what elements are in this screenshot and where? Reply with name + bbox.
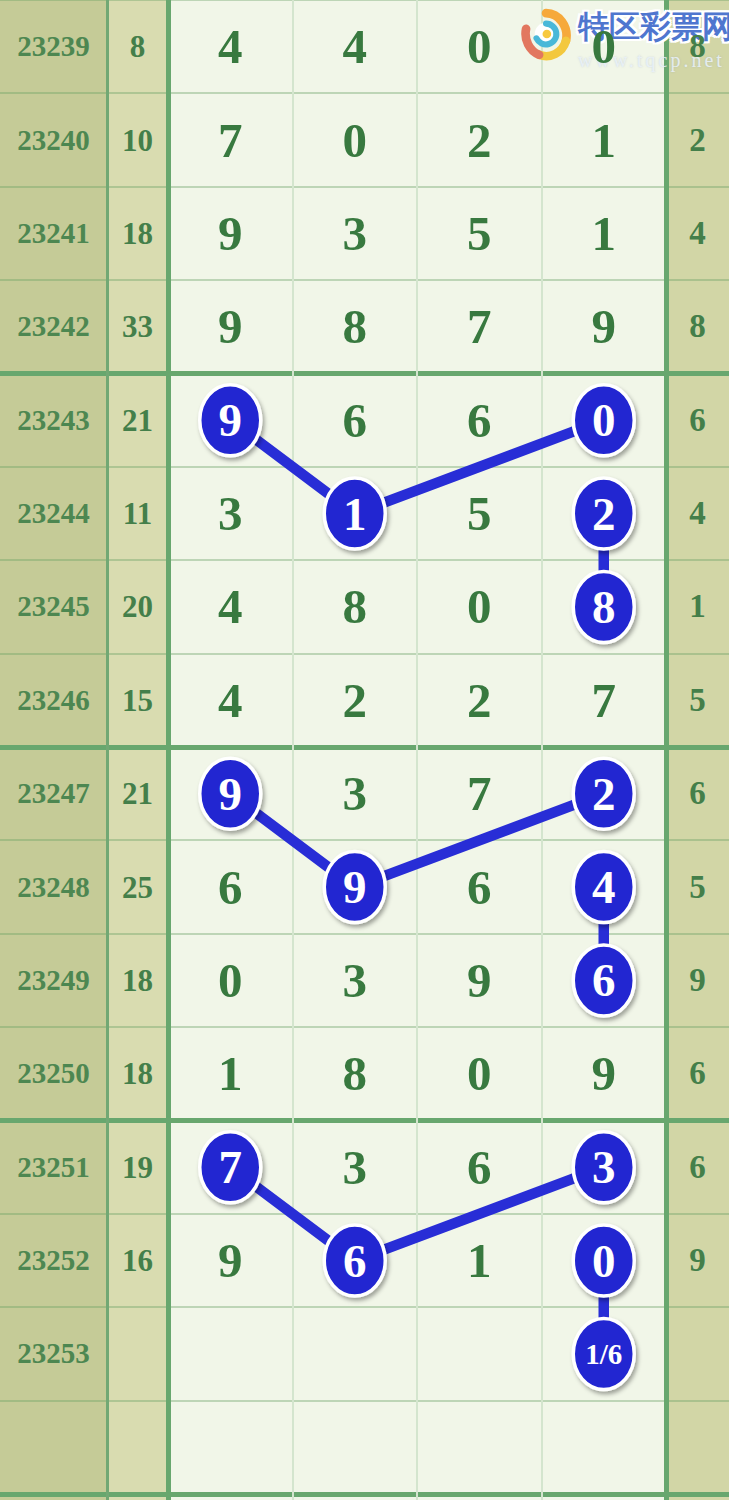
- issue-cell: 23248: [0, 840, 107, 933]
- sum-cell: 18: [107, 934, 168, 1027]
- digit-cell: [293, 1214, 418, 1307]
- digit-cell: 1: [542, 187, 667, 280]
- extra-cell: 9: [666, 934, 729, 1027]
- table-row: 2324721376: [0, 747, 729, 840]
- table-row: 2325216919: [0, 1214, 729, 1307]
- digit-cell: [168, 1307, 293, 1400]
- digit-cell: [168, 1121, 293, 1214]
- digit-cell: [542, 1401, 667, 1494]
- results-table: 2323984400823240107021223241189351423242…: [0, 0, 729, 1500]
- sum-cell: 18: [107, 1027, 168, 1120]
- digit-cell: 7: [168, 93, 293, 186]
- digit-cell: 3: [168, 467, 293, 560]
- digit-cell: 0: [168, 934, 293, 1027]
- extra-cell: 1: [666, 560, 729, 653]
- digit-cell: [168, 374, 293, 467]
- issue-cell: 23242: [0, 280, 107, 373]
- issue-cell: 23246: [0, 654, 107, 747]
- digit-cell: [293, 467, 418, 560]
- digit-cell: 7: [417, 280, 542, 373]
- issue-cell: 23252: [0, 1214, 107, 1307]
- digit-cell: 7: [542, 654, 667, 747]
- digit-cell: [542, 934, 667, 1027]
- digit-cell: 0: [293, 93, 418, 186]
- issue-cell: 23245: [0, 560, 107, 653]
- digit-cell: [168, 1401, 293, 1494]
- sum-cell: 11: [107, 467, 168, 560]
- table-row: 23239844008: [0, 0, 729, 93]
- table-row: 232501818096: [0, 1027, 729, 1120]
- extra-cell: 5: [666, 840, 729, 933]
- table-row: 232401070212: [0, 93, 729, 186]
- sum-cell: 21: [107, 747, 168, 840]
- digit-cell: 9: [168, 1214, 293, 1307]
- digit-cell: [417, 1307, 542, 1400]
- issue-cell: 23240: [0, 93, 107, 186]
- sum-cell: 10: [107, 93, 168, 186]
- table-row: 23249180399: [0, 934, 729, 1027]
- digit-cell: [542, 747, 667, 840]
- digit-cell: [293, 1401, 418, 1494]
- sum-cell: 16: [107, 1214, 168, 1307]
- digit-cell: 5: [417, 187, 542, 280]
- extra-cell: [666, 1401, 729, 1494]
- digit-cell: [542, 840, 667, 933]
- table-row: 2324321666: [0, 374, 729, 467]
- extra-cell: 4: [666, 187, 729, 280]
- digit-cell: 4: [168, 0, 293, 93]
- digit-cell: 6: [417, 1121, 542, 1214]
- sum-cell: 15: [107, 654, 168, 747]
- trend-chart-board: 特区彩票网 www.tqcp.net 232398440082324010702…: [0, 0, 729, 1500]
- digit-cell: [542, 467, 667, 560]
- digit-cell: 1: [417, 1214, 542, 1307]
- issue-cell: 23247: [0, 747, 107, 840]
- digit-cell: 9: [168, 187, 293, 280]
- extra-cell: 6: [666, 1121, 729, 1214]
- digit-cell: 7: [417, 747, 542, 840]
- table-row: 2324411354: [0, 467, 729, 560]
- digit-cell: [542, 1121, 667, 1214]
- table-row: 232423398798: [0, 280, 729, 373]
- digit-cell: 3: [293, 747, 418, 840]
- digit-cell: 4: [168, 560, 293, 653]
- sum-cell: 8: [107, 0, 168, 93]
- table-row: 232461542275: [0, 654, 729, 747]
- issue-cell: 23239: [0, 0, 107, 93]
- extra-cell: 6: [666, 747, 729, 840]
- digit-cell: 0: [542, 0, 667, 93]
- sum-cell: [107, 1401, 168, 1494]
- sum-cell: 19: [107, 1121, 168, 1214]
- digit-cell: 2: [293, 654, 418, 747]
- table-row: 23245204801: [0, 560, 729, 653]
- extra-cell: 9: [666, 1214, 729, 1307]
- digit-cell: 8: [293, 280, 418, 373]
- extra-cell: 5: [666, 654, 729, 747]
- digit-cell: 0: [417, 1027, 542, 1120]
- extra-cell: 2: [666, 93, 729, 186]
- issue-cell: [0, 1401, 107, 1494]
- digit-cell: [542, 1307, 667, 1400]
- issue-cell: 23241: [0, 187, 107, 280]
- digit-cell: 8: [293, 1027, 418, 1120]
- sum-cell: [107, 1307, 168, 1400]
- digit-cell: 9: [168, 280, 293, 373]
- table-row: 2325119366: [0, 1121, 729, 1214]
- digit-cell: 3: [293, 187, 418, 280]
- extra-cell: 8: [666, 280, 729, 373]
- digit-cell: 0: [417, 560, 542, 653]
- digit-cell: 6: [417, 374, 542, 467]
- sum-cell: 21: [107, 374, 168, 467]
- issue-cell: 23250: [0, 1027, 107, 1120]
- digit-cell: 5: [417, 467, 542, 560]
- digit-cell: [542, 374, 667, 467]
- digit-cell: [417, 1401, 542, 1494]
- digit-cell: [168, 747, 293, 840]
- digit-cell: 6: [168, 840, 293, 933]
- table-row: 232411893514: [0, 187, 729, 280]
- digit-cell: 0: [417, 0, 542, 93]
- issue-cell: 23249: [0, 934, 107, 1027]
- sum-cell: 33: [107, 280, 168, 373]
- sum-cell: 20: [107, 560, 168, 653]
- table-row: [0, 1401, 729, 1494]
- issue-cell: 23253: [0, 1307, 107, 1400]
- digit-cell: [542, 560, 667, 653]
- extra-cell: 4: [666, 467, 729, 560]
- sum-cell: 25: [107, 840, 168, 933]
- sum-cell: 18: [107, 187, 168, 280]
- digit-cell: 4: [293, 0, 418, 93]
- digit-cell: 9: [542, 1027, 667, 1120]
- digit-cell: [293, 1307, 418, 1400]
- extra-cell: 6: [666, 1027, 729, 1120]
- digit-cell: 9: [542, 280, 667, 373]
- digit-cell: 3: [293, 934, 418, 1027]
- extra-cell: [666, 1307, 729, 1400]
- issue-cell: 23251: [0, 1121, 107, 1214]
- digit-cell: 2: [417, 654, 542, 747]
- extra-cell: 8: [666, 0, 729, 93]
- digit-cell: 6: [293, 374, 418, 467]
- digit-cell: 3: [293, 1121, 418, 1214]
- digit-cell: 8: [293, 560, 418, 653]
- issue-cell: 23243: [0, 374, 107, 467]
- digit-cell: 1: [542, 93, 667, 186]
- table-row: 2324825665: [0, 840, 729, 933]
- table-row: 23253: [0, 1307, 729, 1400]
- digit-cell: 2: [417, 93, 542, 186]
- digit-cell: 4: [168, 654, 293, 747]
- digit-cell: [542, 1214, 667, 1307]
- extra-cell: 6: [666, 374, 729, 467]
- digit-cell: 9: [417, 934, 542, 1027]
- digit-cell: [293, 840, 418, 933]
- digit-cell: 1: [168, 1027, 293, 1120]
- digit-cell: 6: [417, 840, 542, 933]
- issue-cell: 23244: [0, 467, 107, 560]
